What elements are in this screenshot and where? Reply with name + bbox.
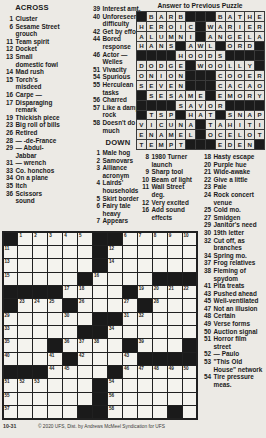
puzzle-cell[interactable]: 30: [63, 313, 77, 325]
puzzle-cell[interactable]: 1: [18, 233, 32, 245]
puzzle-cell[interactable]: 25: [48, 299, 62, 311]
puzzle-cell[interactable]: 22: [183, 286, 197, 298]
puzzle-cell[interactable]: [63, 379, 77, 391]
puzzle-cell[interactable]: [183, 299, 197, 311]
answer-cell-black: [226, 51, 235, 60]
answer-cell: U: [167, 120, 176, 129]
clue-text: Team spirit: [16, 38, 63, 46]
clue-number: 51: [200, 335, 211, 350]
answer-cell: S: [226, 111, 235, 120]
puzzle-cell[interactable]: [63, 273, 77, 285]
clue-text: Pushed ahead: [214, 290, 265, 298]
puzzle-cell[interactable]: [123, 406, 137, 418]
puzzle-cell[interactable]: [18, 339, 32, 351]
puzzle-cell[interactable]: [18, 353, 32, 365]
puzzle-cell[interactable]: [108, 286, 122, 298]
clue-text: Carpe —: [16, 91, 63, 99]
answer-cell: A: [255, 32, 264, 41]
puzzle-cell[interactable]: [18, 313, 32, 325]
answer-cell: O: [186, 51, 195, 60]
puzzle-cell[interactable]: 5: [78, 233, 92, 245]
answer-cell: V: [196, 101, 205, 110]
puzzle-cell[interactable]: 29: [4, 313, 18, 325]
clue-text: Certain: [214, 312, 265, 320]
puzzle-cell[interactable]: [168, 299, 182, 311]
answer-cell-black: [157, 101, 166, 110]
clue-number: 16: [2, 91, 13, 99]
puzzle-cell[interactable]: [123, 393, 137, 405]
puzzle-cell-black: [183, 339, 197, 351]
cell-number: 24: [34, 299, 39, 304]
answer-cell: E: [147, 140, 156, 149]
puzzle-cell[interactable]: 43: [123, 353, 137, 365]
clue-text: Pale: [214, 183, 265, 191]
answer-cell: N: [176, 71, 185, 80]
puzzle-cell[interactable]: [153, 313, 167, 325]
answer-cell-black: [255, 61, 264, 70]
puzzle-cell[interactable]: 6: [123, 233, 137, 245]
puzzle-cell[interactable]: 44: [48, 366, 62, 378]
puzzle-cell[interactable]: [33, 313, 47, 325]
answer-cell: E: [235, 32, 244, 41]
puzzle-cell[interactable]: 49: [168, 366, 182, 378]
answer-cell: O: [167, 71, 176, 80]
answer-cell: C: [216, 130, 225, 139]
puzzle-cell[interactable]: 18: [78, 286, 92, 298]
clue-text: — -de-France: [16, 137, 63, 145]
puzzle-cell[interactable]: 33: [4, 326, 18, 338]
puzzle-cell[interactable]: [48, 246, 62, 258]
cell-number: 13: [5, 259, 10, 264]
puzzle-cell[interactable]: [168, 326, 182, 338]
puzzle-cell[interactable]: [153, 246, 167, 258]
puzzle-cell-black: [18, 366, 32, 378]
clue-number: 7: [89, 217, 100, 225]
answer-cell: N: [216, 32, 225, 41]
clue-text: Docket: [16, 45, 63, 53]
clue-text: Auction signal: [214, 328, 265, 336]
puzzle-cell[interactable]: [168, 246, 182, 258]
clue-number: 47: [200, 305, 211, 313]
puzzle-cell-black: [4, 233, 18, 245]
answer-cell: D: [157, 61, 166, 70]
cell-number: 12: [109, 246, 114, 251]
puzzle-cell[interactable]: [153, 379, 167, 391]
puzzle-cell[interactable]: 12: [108, 246, 122, 258]
answer-cell: B: [216, 12, 225, 21]
puzzle-cell[interactable]: 31: [123, 313, 137, 325]
puzzle-cell[interactable]: [183, 379, 197, 391]
clue-number: 10: [138, 176, 149, 184]
puzzle-cell[interactable]: 2: [33, 233, 47, 245]
clue-number: 2: [89, 157, 100, 165]
clue-item: 22Give a little: [200, 176, 264, 184]
cell-number: 19: [139, 286, 144, 291]
answer-cell: C: [216, 71, 225, 80]
clue-text: Cluster: [16, 15, 63, 23]
puzzle-cell[interactable]: 41: [48, 353, 62, 365]
puzzle-cell[interactable]: [48, 313, 62, 325]
answer-cell: C: [235, 81, 244, 90]
puzzle-cell[interactable]: 21: [168, 286, 182, 298]
clue-number: 31: [2, 159, 13, 167]
answer-cell: H: [137, 22, 146, 31]
answer-cell: E: [245, 22, 254, 31]
clue-text: Tire pressure meas.: [214, 373, 265, 388]
puzzle-cell[interactable]: [93, 366, 107, 378]
answer-cell-black: [137, 91, 146, 100]
cell-number: 52: [19, 379, 24, 384]
puzzle-cell-black: [183, 273, 197, 285]
puzzle-cell[interactable]: [168, 339, 182, 351]
answer-cell-black: [196, 81, 205, 90]
answer-cell: O: [226, 71, 235, 80]
puzzle-cell[interactable]: 57: [4, 406, 18, 418]
cell-number: 58: [109, 406, 114, 411]
answer-cell: P: [255, 111, 264, 120]
clue-number: 6: [89, 202, 100, 217]
puzzle-cell[interactable]: [63, 259, 77, 271]
puzzle-cell[interactable]: 53: [33, 379, 47, 391]
answer-cell-black: [167, 51, 176, 60]
puzzle-cell[interactable]: 20: [153, 286, 167, 298]
puzzle-cell[interactable]: [93, 353, 107, 365]
clue-item: 25Cold mo.: [200, 206, 264, 214]
clue-text: Add sound effects: [152, 206, 197, 221]
puzzle-cell[interactable]: 13: [4, 259, 18, 271]
puzzle-cell[interactable]: [123, 259, 137, 271]
puzzle-cell[interactable]: 46: [123, 366, 137, 378]
answer-cell: O: [235, 71, 244, 80]
puzzle-cell[interactable]: [108, 353, 122, 365]
puzzle-cell[interactable]: 10: [183, 233, 197, 245]
puzzle-cell[interactable]: [63, 406, 77, 418]
puzzle-cell[interactable]: [138, 406, 152, 418]
puzzle-cell[interactable]: [153, 326, 167, 338]
answer-cell: A: [186, 101, 195, 110]
puzzle-cell[interactable]: 11: [4, 246, 18, 258]
answer-cell: E: [157, 91, 166, 100]
puzzle-cell-black: [153, 353, 167, 365]
puzzle-cell[interactable]: 14: [108, 259, 122, 271]
puzzle-cell[interactable]: [78, 246, 92, 258]
puzzle-cell[interactable]: [93, 286, 107, 298]
puzzle-cell[interactable]: [168, 379, 182, 391]
puzzle-cell-black: [183, 353, 197, 365]
clue-item: 26Retired: [2, 129, 62, 137]
clue-text: Cold mo.: [214, 206, 265, 214]
clue-text: Small domestic fowl: [16, 53, 63, 68]
clue-number: 1: [2, 15, 13, 23]
puzzle-cell[interactable]: [33, 246, 47, 258]
answer-cell: E: [176, 130, 185, 139]
puzzle-cell[interactable]: 40: [4, 353, 18, 365]
clue-number: 57: [89, 104, 100, 119]
clue-item: 23Pale: [200, 183, 264, 191]
answer-cell-black: [206, 140, 215, 149]
answer-cell: H: [226, 120, 235, 129]
clue-item: 16Carpe —: [2, 91, 62, 99]
puzzle-cell[interactable]: [63, 326, 77, 338]
puzzle-cell-black: [78, 273, 92, 285]
puzzle-cell[interactable]: 55: [4, 393, 18, 405]
answer-cell: N: [235, 111, 244, 120]
clue-text: Sharp tool: [152, 168, 197, 176]
cell-number: 33: [5, 326, 10, 331]
puzzle-cell[interactable]: 38: [93, 339, 107, 351]
puzzle-cell[interactable]: 28: [153, 299, 167, 311]
puzzle-cell[interactable]: [183, 246, 197, 258]
puzzle-cell[interactable]: [18, 246, 32, 258]
puzzle-cell[interactable]: [18, 273, 32, 285]
clue-item: 31— wrench: [2, 159, 62, 167]
puzzle-cell[interactable]: [183, 259, 197, 271]
puzzle-cell[interactable]: [153, 406, 167, 418]
puzzle-cell[interactable]: [48, 379, 62, 391]
puzzle-cell[interactable]: [138, 246, 152, 258]
puzzle-cell[interactable]: [33, 393, 47, 405]
clue-number: 26: [2, 129, 13, 137]
puzzle-cell[interactable]: [63, 393, 77, 405]
puzzle-cell[interactable]: [78, 313, 92, 325]
answer-cell-black: [186, 61, 195, 70]
clue-text: Janitor's need: [214, 221, 265, 229]
clue-text: Very excited: [152, 199, 197, 207]
cell-number: 1: [19, 233, 22, 238]
answer-cell: O: [235, 91, 244, 100]
puzzle-cell[interactable]: 16: [93, 273, 107, 285]
puzzle-cell-black: [123, 286, 137, 298]
puzzle-cell[interactable]: 45: [63, 366, 77, 378]
answer-cell: I: [186, 32, 195, 41]
answer-cell-black: [137, 12, 146, 21]
puzzle-cell[interactable]: [33, 326, 47, 338]
puzzle-cell[interactable]: 27: [123, 299, 137, 311]
answer-cell-black: [226, 101, 235, 110]
answer-cell: G: [167, 61, 176, 70]
puzzle-cell[interactable]: 19: [138, 286, 152, 298]
clue-text: Torch's misdeed: [16, 76, 63, 91]
clue-number: 37: [200, 259, 211, 267]
puzzle-cell[interactable]: [78, 366, 92, 378]
answer-cell: N: [245, 140, 254, 149]
answer-cell-black: [206, 71, 215, 80]
cell-number: 14: [109, 259, 114, 264]
puzzle-cell[interactable]: 54: [108, 379, 122, 391]
cell-number: 25: [49, 299, 54, 304]
puzzle-cell[interactable]: 52: [18, 379, 32, 391]
puzzle-cell[interactable]: [48, 326, 62, 338]
clue-number: 45: [200, 297, 211, 305]
puzzle-cell[interactable]: [138, 326, 152, 338]
puzzle-cell[interactable]: [183, 393, 197, 405]
answer-cell: E: [176, 61, 185, 70]
answer-cell-black: [196, 71, 205, 80]
answer-cell: A: [216, 22, 225, 31]
clue-number: 32: [200, 237, 211, 252]
answer-cell: V: [157, 81, 166, 90]
clue-item: 6Sesame Street grouch: [2, 23, 62, 38]
clue-number: 6: [2, 23, 13, 38]
puzzle-cell[interactable]: [183, 406, 197, 418]
clue-text: Hasty escape: [214, 153, 265, 161]
puzzle-cell[interactable]: 58: [108, 406, 122, 418]
down-clues-8-16: 81980 Turner launch9Sharp tool10Beam of …: [138, 153, 196, 221]
clue-item: 35Itch: [2, 182, 62, 190]
puzzle-cell-black: [153, 273, 167, 285]
answer-cell: L: [186, 130, 195, 139]
puzzle-cell[interactable]: 32: [138, 313, 152, 325]
answer-cell: O: [147, 61, 156, 70]
puzzle-cell-black: [33, 286, 47, 298]
cell-number: 39: [139, 339, 144, 344]
puzzle-cell[interactable]: 7: [138, 233, 152, 245]
puzzle-cell[interactable]: 47: [138, 366, 152, 378]
clue-item: 51Horror film street: [200, 335, 264, 350]
clue-item: 34Spring mo.: [200, 252, 264, 260]
answer-cell: S: [167, 42, 176, 51]
puzzle-cell[interactable]: [153, 259, 167, 271]
puzzle-cell[interactable]: 51: [4, 379, 18, 391]
puzzle-cell[interactable]: [48, 259, 62, 271]
answer-cell-black: [245, 101, 254, 110]
puzzle-cell[interactable]: 34: [108, 326, 122, 338]
puzzle-cell[interactable]: 3: [48, 233, 62, 245]
answer-cell: A: [216, 120, 225, 129]
answer-cell-black: [186, 12, 195, 21]
cell-number: 10: [184, 233, 189, 238]
answer-cell-black: [255, 51, 264, 60]
answer-cell: I: [147, 120, 156, 129]
clue-text: 1980 Turner launch: [152, 153, 197, 168]
answer-cell-black: [206, 12, 215, 21]
puzzle-cell[interactable]: [33, 273, 47, 285]
puzzle-cell[interactable]: [138, 273, 152, 285]
puzzle-cell[interactable]: [33, 259, 47, 271]
puzzle-cell[interactable]: 37: [78, 339, 92, 351]
puzzle-cell[interactable]: [63, 246, 77, 258]
answer-cell: R: [235, 42, 244, 51]
puzzle-cell[interactable]: [123, 379, 137, 391]
puzzle-cell[interactable]: [138, 259, 152, 271]
puzzle-cell[interactable]: [153, 339, 167, 351]
answer-cell: L: [235, 130, 244, 139]
puzzle-cell[interactable]: [33, 353, 47, 365]
clue-number: 46: [89, 51, 100, 66]
answer-cell: G: [226, 32, 235, 41]
clue-item: 47Not an illusion: [200, 305, 264, 313]
puzzle-cell[interactable]: 15: [4, 273, 18, 285]
puzzle-cell-black: [48, 339, 62, 351]
clue-item: 12Docket: [2, 45, 62, 53]
puzzle-cell[interactable]: [108, 299, 122, 311]
answer-cell: V: [137, 120, 146, 129]
puzzle-cell[interactable]: 42: [78, 353, 92, 365]
clue-number: 53: [200, 358, 211, 373]
clue-text: Co. honchos: [16, 167, 63, 175]
puzzle-cell[interactable]: 56: [108, 393, 122, 405]
puzzle-cell-black: [63, 299, 77, 311]
puzzle-cell[interactable]: [168, 393, 182, 405]
cell-number: 11: [5, 246, 10, 251]
puzzle-cell[interactable]: [33, 406, 47, 418]
answer-cell: A: [186, 42, 195, 51]
puzzle-cell[interactable]: [153, 393, 167, 405]
puzzle-cell[interactable]: [48, 406, 62, 418]
answer-cell: M: [226, 91, 235, 100]
clue-item: 37Frog relatives: [200, 259, 264, 267]
puzzle-cell[interactable]: 48: [153, 366, 167, 378]
cell-number: 20: [154, 286, 159, 291]
puzzle-cell[interactable]: [138, 393, 152, 405]
puzzle-cell[interactable]: 9: [168, 233, 182, 245]
puzzle-cell[interactable]: [78, 393, 92, 405]
answer-cell: O: [206, 130, 215, 139]
puzzle-cell[interactable]: 17: [63, 286, 77, 298]
puzzle-cell[interactable]: [123, 273, 137, 285]
puzzle-cell[interactable]: [18, 326, 32, 338]
clue-text: Big roll of bills: [16, 121, 63, 129]
cell-number: 26: [79, 299, 84, 304]
puzzle-cell[interactable]: [78, 379, 92, 391]
puzzle-cell[interactable]: [18, 259, 32, 271]
puzzle-cell[interactable]: 23: [18, 299, 32, 311]
cell-number: 48: [154, 366, 159, 371]
puzzle-cell[interactable]: [183, 326, 197, 338]
clue-text: 19th letter: [214, 229, 265, 237]
puzzle-cell[interactable]: [168, 313, 182, 325]
puzzle-cell[interactable]: 36: [63, 339, 77, 351]
puzzle-cell[interactable]: [168, 259, 182, 271]
puzzle-cell[interactable]: 35: [4, 339, 18, 351]
clue-number: 51: [89, 66, 100, 74]
clue-item: 32Cut off, as branches: [200, 237, 264, 252]
puzzle-cell-black: [168, 353, 182, 365]
answer-cell: S: [167, 91, 176, 100]
puzzle-cell[interactable]: [108, 273, 122, 285]
puzzle-cell[interactable]: [183, 313, 197, 325]
clue-text: Horror film street: [214, 335, 265, 350]
puzzle-cell[interactable]: 39: [138, 339, 152, 351]
puzzle-cell[interactable]: [18, 406, 32, 418]
puzzle-cell[interactable]: 4: [63, 233, 77, 245]
clue-item: 17Disparaging remark: [2, 99, 62, 114]
clue-text: Not an illusion: [214, 305, 265, 313]
puzzle-cell[interactable]: 50: [183, 366, 197, 378]
puzzle-cell[interactable]: [33, 339, 47, 351]
puzzle-cell[interactable]: 24: [33, 299, 47, 311]
puzzle-cell[interactable]: [78, 259, 92, 271]
puzzle-cell[interactable]: [108, 339, 122, 351]
puzzle-cell[interactable]: [123, 246, 137, 258]
clue-number: 43: [200, 290, 211, 298]
clue-item: 20Purple hue: [200, 161, 264, 169]
answer-cell: A: [147, 42, 156, 51]
puzzle-cell[interactable]: 8: [153, 233, 167, 245]
puzzle-cell[interactable]: [48, 273, 62, 285]
cell-number: 27: [124, 299, 129, 304]
puzzle-cell-black: [93, 233, 107, 245]
clue-item: 53"This Old House" network: [200, 358, 264, 373]
answer-cell-black: [206, 91, 215, 100]
puzzle-cell[interactable]: 26: [78, 299, 92, 311]
answer-cell: O: [226, 42, 235, 51]
puzzle-cell[interactable]: [138, 379, 152, 391]
puzzle-cell[interactable]: [48, 393, 62, 405]
puzzle-cell[interactable]: [18, 393, 32, 405]
puzzle-cell[interactable]: [93, 299, 107, 311]
puzzle-cell[interactable]: [123, 326, 137, 338]
